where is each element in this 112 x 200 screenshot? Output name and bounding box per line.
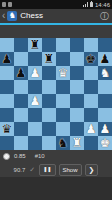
square-h7[interactable]: ♟ [98, 52, 112, 66]
square-b4[interactable] [14, 94, 28, 108]
square-f4[interactable] [70, 94, 84, 108]
controls-row: 90.7 ✓ ❚❚ Show ❯ [0, 162, 112, 177]
app-icon[interactable]: ♞ [7, 11, 17, 21]
piece-black-pawn: ♟ [16, 67, 27, 79]
square-d8[interactable] [42, 38, 56, 52]
square-f7[interactable] [70, 52, 84, 66]
status-bar: 14:46 [0, 0, 112, 9]
square-a8[interactable] [0, 38, 14, 52]
square-h1[interactable]: ♚ [98, 136, 112, 150]
next-move-button[interactable]: ❯ [85, 164, 99, 176]
square-d7[interactable]: ♜ [42, 52, 56, 66]
square-e6[interactable]: ♛ [56, 66, 70, 80]
piece-black-rook: ♜ [30, 39, 41, 51]
square-f2[interactable] [70, 122, 84, 136]
piece-black-pawn: ♟ [100, 53, 111, 65]
square-f5[interactable] [70, 80, 84, 94]
square-f1[interactable]: ♜ [70, 136, 84, 150]
square-e2[interactable] [56, 122, 70, 136]
action-bar: ‹ ♞ Chess ⓘ [0, 9, 112, 25]
square-b7[interactable] [14, 52, 28, 66]
app-icon-knight-glyph: ♞ [9, 12, 16, 20]
square-h3[interactable] [98, 108, 112, 122]
square-d5[interactable] [42, 80, 56, 94]
piece-black-king: ♚ [86, 53, 97, 65]
engine-status-row: 0.85 #10 [0, 150, 112, 162]
square-c2[interactable] [28, 122, 42, 136]
square-e4[interactable] [56, 94, 70, 108]
square-b8[interactable] [14, 38, 28, 52]
show-button[interactable]: Show [59, 164, 82, 176]
square-f6[interactable] [70, 66, 84, 80]
square-g5[interactable] [84, 80, 98, 94]
piece-white-knight: ♞ [100, 67, 111, 79]
square-c5[interactable] [28, 80, 42, 94]
square-g2[interactable]: ♟ [84, 122, 98, 136]
eval-score: 0.85 [14, 153, 26, 159]
battery-icon [90, 2, 94, 8]
piece-white-queen: ♛ [58, 67, 69, 79]
square-g4[interactable] [84, 94, 98, 108]
square-e7[interactable] [56, 52, 70, 66]
square-b6[interactable]: ♟ [14, 66, 28, 80]
piece-white-king: ♚ [100, 137, 111, 149]
engine-status-dot [3, 153, 10, 160]
square-c4[interactable]: ♟ [28, 94, 42, 108]
square-e3[interactable] [56, 108, 70, 122]
engine-depth-value: 90.7 [14, 167, 26, 173]
square-a7[interactable]: ♟ [0, 52, 14, 66]
square-g7[interactable]: ♚ [84, 52, 98, 66]
mate-indicator: #10 [35, 153, 45, 159]
square-a2[interactable]: ♛ [0, 122, 14, 136]
info-icon[interactable]: ⓘ [100, 12, 109, 21]
square-b3[interactable] [14, 108, 28, 122]
signal-strength-icon [83, 2, 89, 7]
back-chevron-icon[interactable]: ‹ [2, 11, 5, 21]
square-a4[interactable] [0, 94, 14, 108]
square-g3[interactable] [84, 108, 98, 122]
piece-white-pawn: ♟ [30, 95, 41, 107]
status-right-icons: 14:46 [83, 2, 110, 8]
usb-icon [2, 2, 6, 7]
square-g1[interactable] [84, 136, 98, 150]
screen: 14:46 ‹ ♞ Chess ⓘ ♜♟♜♚♟♟♟♛♞♟♛♟♟♞♜♚ 0.85 … [0, 0, 112, 200]
pause-button[interactable]: ❚❚ [39, 164, 55, 176]
square-d4[interactable] [42, 94, 56, 108]
piece-black-knight: ♞ [58, 137, 69, 149]
piece-white-pawn: ♟ [86, 123, 97, 135]
square-c1[interactable] [28, 136, 42, 150]
status-time: 14:46 [95, 2, 110, 8]
notification-icon [8, 2, 12, 7]
square-g6[interactable] [84, 66, 98, 80]
page-title: Chess [20, 12, 43, 20]
square-e5[interactable] [56, 80, 70, 94]
square-d6[interactable] [42, 66, 56, 80]
square-h4[interactable] [98, 94, 112, 108]
board-top-gap [0, 25, 112, 38]
square-c3[interactable] [28, 108, 42, 122]
square-c6[interactable]: ♟ [28, 66, 42, 80]
checkmark-icon: ✓ [29, 166, 35, 173]
square-a6[interactable] [0, 66, 14, 80]
square-d3[interactable] [42, 108, 56, 122]
chess-board: ♜♟♜♚♟♟♟♛♞♟♛♟♟♞♜♚ [0, 38, 112, 150]
square-c8[interactable]: ♜ [28, 38, 42, 52]
square-h5[interactable] [98, 80, 112, 94]
square-c7[interactable] [28, 52, 42, 66]
square-e1[interactable]: ♞ [56, 136, 70, 150]
square-a3[interactable] [0, 108, 14, 122]
square-b1[interactable] [14, 136, 28, 150]
square-d1[interactable] [42, 136, 56, 150]
piece-black-pawn: ♟ [2, 53, 13, 65]
square-h6[interactable]: ♞ [98, 66, 112, 80]
square-a5[interactable] [0, 80, 14, 94]
bottom-area [0, 177, 112, 200]
square-f8[interactable] [70, 38, 84, 52]
square-d2[interactable] [42, 122, 56, 136]
square-h2[interactable]: ♟ [98, 122, 112, 136]
piece-white-rook: ♜ [72, 137, 83, 149]
square-f3[interactable] [70, 108, 84, 122]
square-a1[interactable] [0, 136, 14, 150]
square-b2[interactable] [14, 122, 28, 136]
square-g8[interactable] [84, 38, 98, 52]
square-e8[interactable] [56, 38, 70, 52]
square-b5[interactable] [14, 80, 28, 94]
square-h8[interactable] [98, 38, 112, 52]
status-left-icons [2, 2, 12, 7]
piece-black-queen: ♛ [2, 123, 13, 135]
piece-white-pawn: ♟ [100, 123, 111, 135]
piece-black-rook: ♜ [44, 53, 55, 65]
piece-white-pawn: ♟ [30, 67, 41, 79]
